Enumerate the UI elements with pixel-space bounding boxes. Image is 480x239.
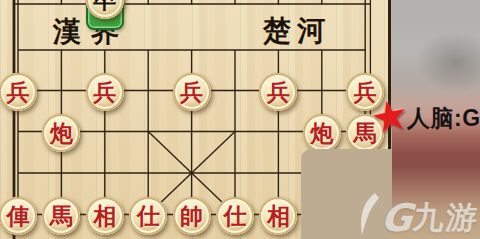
jiuyou-watermark: G 九游 [358,193,479,235]
piece-glyph: 卒 [93,0,116,12]
piece-red-相[interactable]: 相 [86,197,124,235]
piece-red-兵[interactable]: 兵 [0,73,37,111]
player-label: 人脑:Gu [407,103,480,134]
piece-glyph: 俥 [7,204,30,228]
star-icon: ★ [367,93,413,142]
watermark-swoosh-icon [358,193,380,235]
piece-red-仕[interactable]: 仕 [216,197,254,235]
piece-red-兵[interactable]: 兵 [86,73,124,111]
piece-glyph: 相 [267,204,290,228]
piece-glyph: 炮 [310,121,333,145]
piece-glyph: 相 [93,204,116,228]
piece-red-俥[interactable]: 俥 [0,197,37,235]
piece-glyph: 炮 [50,121,73,145]
watermark-text: 九游 [411,202,480,235]
river-label-right: 楚河 [262,15,331,46]
piece-glyph: 仕 [224,204,247,228]
piece-glyph: 兵 [180,80,203,104]
xiangqi-app: 漢界 楚河 卒兵兵兵兵兵炮炮馬俥馬相仕帥仕相 ★ 人脑:Gu G 九游 [0,0,480,239]
piece-red-仕[interactable]: 仕 [129,197,167,235]
piece-glyph: 兵 [93,80,116,104]
piece-glyph: 仕 [137,204,160,228]
piece-red-兵[interactable]: 兵 [173,73,211,111]
piece-red-炮[interactable]: 炮 [303,114,341,152]
piece-glyph: 兵 [267,80,290,104]
piece-glyph: 馬 [50,204,73,228]
watermark-g-mark: G [379,201,414,235]
piece-glyph: 帥 [180,204,203,228]
piece-glyph: 兵 [7,80,30,104]
piece-red-帥[interactable]: 帥 [173,197,211,235]
